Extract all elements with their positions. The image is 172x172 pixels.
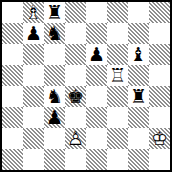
white-piece-outline-glyph: ♙ xyxy=(65,128,86,149)
square-a3[interactable] xyxy=(2,107,23,128)
square-a7[interactable] xyxy=(2,23,23,44)
square-b1[interactable] xyxy=(23,149,44,170)
square-h2[interactable]: ♚♔ xyxy=(149,128,170,149)
square-d1[interactable] xyxy=(65,149,86,170)
square-a5[interactable] xyxy=(2,65,23,86)
square-b6[interactable] xyxy=(23,44,44,65)
square-e6[interactable]: ♟ xyxy=(86,44,107,65)
square-c2[interactable] xyxy=(44,128,65,149)
square-h8[interactable] xyxy=(149,2,170,23)
square-c5[interactable] xyxy=(44,65,65,86)
square-h5[interactable] xyxy=(149,65,170,86)
square-e4[interactable] xyxy=(86,86,107,107)
square-f6[interactable] xyxy=(107,44,128,65)
piece-black-pawn[interactable]: ♟ xyxy=(86,44,107,65)
square-d2[interactable]: ♟♙ xyxy=(65,128,86,149)
square-b7[interactable]: ♟ xyxy=(23,23,44,44)
square-a8[interactable] xyxy=(2,2,23,23)
square-b3[interactable] xyxy=(23,107,44,128)
piece-black-king[interactable]: ♚ xyxy=(65,86,86,107)
square-c6[interactable] xyxy=(44,44,65,65)
square-c3[interactable]: ♟ xyxy=(44,107,65,128)
square-c7[interactable]: ♞ xyxy=(44,23,65,44)
square-b8[interactable]: ♝♗ xyxy=(23,2,44,23)
chessboard-frame: ♝♗♜♟♞♟♝♜♖♞♚♜♟♟♙♚♔ xyxy=(0,0,172,172)
square-f2[interactable] xyxy=(107,128,128,149)
square-d7[interactable] xyxy=(65,23,86,44)
square-e7[interactable] xyxy=(86,23,107,44)
piece-black-rook[interactable]: ♜ xyxy=(44,2,65,23)
white-piece-outline-glyph: ♗ xyxy=(23,2,44,23)
piece-black-pawn[interactable]: ♟ xyxy=(44,107,65,128)
square-e1[interactable] xyxy=(86,149,107,170)
square-c1[interactable] xyxy=(44,149,65,170)
square-e5[interactable] xyxy=(86,65,107,86)
piece-black-knight[interactable]: ♞ xyxy=(44,86,65,107)
piece-black-knight[interactable]: ♞ xyxy=(44,23,65,44)
square-g3[interactable] xyxy=(128,107,149,128)
square-g5[interactable] xyxy=(128,65,149,86)
square-h1[interactable] xyxy=(149,149,170,170)
piece-white-rook[interactable]: ♜♖ xyxy=(107,65,128,86)
square-d3[interactable] xyxy=(65,107,86,128)
square-d8[interactable] xyxy=(65,2,86,23)
square-e3[interactable] xyxy=(86,107,107,128)
piece-black-rook[interactable]: ♜ xyxy=(128,86,149,107)
square-g6[interactable]: ♝ xyxy=(128,44,149,65)
square-c8[interactable]: ♜ xyxy=(44,2,65,23)
piece-black-bishop[interactable]: ♝ xyxy=(128,44,149,65)
square-g2[interactable] xyxy=(128,128,149,149)
square-d6[interactable] xyxy=(65,44,86,65)
square-d5[interactable] xyxy=(65,65,86,86)
square-h3[interactable] xyxy=(149,107,170,128)
square-e2[interactable] xyxy=(86,128,107,149)
square-a1[interactable] xyxy=(2,149,23,170)
square-a2[interactable] xyxy=(2,128,23,149)
square-b4[interactable] xyxy=(23,86,44,107)
piece-white-king[interactable]: ♚♔ xyxy=(149,128,170,149)
square-g1[interactable] xyxy=(128,149,149,170)
white-piece-outline-glyph: ♖ xyxy=(107,65,128,86)
piece-black-pawn[interactable]: ♟ xyxy=(23,23,44,44)
square-f8[interactable] xyxy=(107,2,128,23)
square-h6[interactable] xyxy=(149,44,170,65)
square-f1[interactable] xyxy=(107,149,128,170)
square-g4[interactable]: ♜ xyxy=(128,86,149,107)
square-f4[interactable] xyxy=(107,86,128,107)
square-d4[interactable]: ♚ xyxy=(65,86,86,107)
square-f7[interactable] xyxy=(107,23,128,44)
square-a4[interactable] xyxy=(2,86,23,107)
square-f5[interactable]: ♜♖ xyxy=(107,65,128,86)
square-g8[interactable] xyxy=(128,2,149,23)
square-a6[interactable] xyxy=(2,44,23,65)
square-f3[interactable] xyxy=(107,107,128,128)
piece-white-pawn[interactable]: ♟♙ xyxy=(65,128,86,149)
square-b2[interactable] xyxy=(23,128,44,149)
square-h4[interactable] xyxy=(149,86,170,107)
square-h7[interactable] xyxy=(149,23,170,44)
square-g7[interactable] xyxy=(128,23,149,44)
square-b5[interactable] xyxy=(23,65,44,86)
square-e8[interactable] xyxy=(86,2,107,23)
square-c4[interactable]: ♞ xyxy=(44,86,65,107)
white-piece-outline-glyph: ♔ xyxy=(149,128,170,149)
chessboard: ♝♗♜♟♞♟♝♜♖♞♚♜♟♟♙♚♔ xyxy=(2,2,170,170)
piece-white-bishop[interactable]: ♝♗ xyxy=(23,2,44,23)
